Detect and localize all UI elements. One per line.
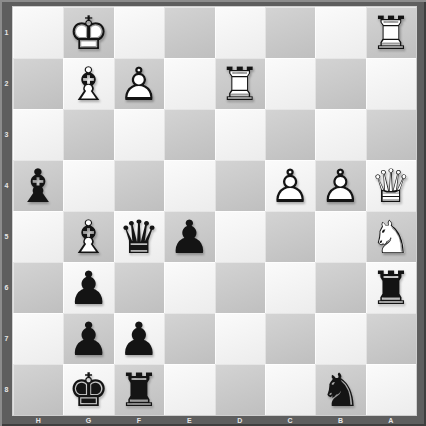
square-e1[interactable] xyxy=(164,7,214,58)
square-a1[interactable]: ♜♖ xyxy=(366,7,416,58)
file-label-c: C xyxy=(265,415,315,426)
square-a5[interactable]: ♞♘ xyxy=(366,211,416,262)
piece-outline-glyph: ♘ xyxy=(366,211,416,262)
square-h8[interactable] xyxy=(13,364,63,415)
square-h2[interactable] xyxy=(13,58,63,109)
square-d5[interactable] xyxy=(215,211,265,262)
square-a8[interactable] xyxy=(366,364,416,415)
white-pawn[interactable]: ♟♙ xyxy=(315,160,365,211)
piece-glyph: ♟ xyxy=(164,211,214,262)
square-e7[interactable] xyxy=(164,313,214,364)
piece-glyph: ♜ xyxy=(114,364,164,415)
black-king[interactable]: ♚ xyxy=(63,364,113,415)
piece-glyph: ♝ xyxy=(13,160,63,211)
file-label-b: B xyxy=(315,415,365,426)
square-d3[interactable] xyxy=(215,109,265,160)
piece-glyph: ♟ xyxy=(63,262,113,313)
piece-glyph: ♟ xyxy=(63,313,113,364)
black-rook[interactable]: ♜ xyxy=(366,262,416,313)
square-e8[interactable] xyxy=(164,364,214,415)
rank-label-7: 7 xyxy=(0,313,13,364)
square-g3[interactable] xyxy=(63,109,113,160)
file-label-g: G xyxy=(63,415,113,426)
rank-label-6: 6 xyxy=(0,262,13,313)
square-h6[interactable] xyxy=(13,262,63,313)
white-bishop[interactable]: ♝♗ xyxy=(63,211,113,262)
black-bishop[interactable]: ♝ xyxy=(13,160,63,211)
square-f8[interactable]: ♜ xyxy=(114,364,164,415)
white-rook[interactable]: ♜♖ xyxy=(215,58,265,109)
white-bishop[interactable]: ♝♗ xyxy=(63,58,113,109)
file-labels: HGFEDCBA xyxy=(13,415,416,426)
square-h7[interactable] xyxy=(13,313,63,364)
white-pawn[interactable]: ♟♙ xyxy=(265,160,315,211)
black-rook[interactable]: ♜ xyxy=(114,364,164,415)
square-g2[interactable]: ♝♗ xyxy=(63,58,113,109)
piece-glyph: ♟ xyxy=(114,313,164,364)
piece-outline-glyph: ♗ xyxy=(63,211,113,262)
square-f2[interactable]: ♟♙ xyxy=(114,58,164,109)
square-b5[interactable] xyxy=(315,211,365,262)
square-e6[interactable] xyxy=(164,262,214,313)
square-f4[interactable] xyxy=(114,160,164,211)
square-c2[interactable] xyxy=(265,58,315,109)
square-d1[interactable] xyxy=(215,7,265,58)
square-g7[interactable]: ♟ xyxy=(63,313,113,364)
black-pawn[interactable]: ♟ xyxy=(63,262,113,313)
square-g4[interactable] xyxy=(63,160,113,211)
square-e5[interactable]: ♟ xyxy=(164,211,214,262)
square-f6[interactable] xyxy=(114,262,164,313)
piece-outline-glyph: ♖ xyxy=(215,58,265,109)
piece-outline-glyph: ♙ xyxy=(315,160,365,211)
square-b3[interactable] xyxy=(315,109,365,160)
square-d4[interactable] xyxy=(215,160,265,211)
piece-outline-glyph: ♗ xyxy=(63,58,113,109)
chess-board-frame: 12345678 HGFEDCBA ♚♔♜♖♝♗♟♙♜♖♝♟♙♟♙♛♕♝♗♛♟♞… xyxy=(0,0,426,426)
square-c3[interactable] xyxy=(265,109,315,160)
square-f7[interactable]: ♟ xyxy=(114,313,164,364)
square-c8[interactable] xyxy=(265,364,315,415)
piece-outline-glyph: ♖ xyxy=(366,7,416,58)
white-king[interactable]: ♚♔ xyxy=(63,7,113,58)
white-queen[interactable]: ♛♕ xyxy=(366,160,416,211)
black-knight[interactable]: ♞ xyxy=(315,364,365,415)
rank-label-3: 3 xyxy=(0,109,13,160)
square-e3[interactable] xyxy=(164,109,214,160)
square-a4[interactable]: ♛♕ xyxy=(366,160,416,211)
square-a6[interactable]: ♜ xyxy=(366,262,416,313)
square-h3[interactable] xyxy=(13,109,63,160)
square-f3[interactable] xyxy=(114,109,164,160)
square-g1[interactable]: ♚♔ xyxy=(63,7,113,58)
piece-outline-glyph: ♙ xyxy=(114,58,164,109)
piece-glyph: ♜ xyxy=(366,262,416,313)
square-g8[interactable]: ♚ xyxy=(63,364,113,415)
rank-label-8: 8 xyxy=(0,364,13,415)
square-h5[interactable] xyxy=(13,211,63,262)
piece-glyph: ♚ xyxy=(63,364,113,415)
piece-outline-glyph: ♔ xyxy=(63,7,113,58)
square-e4[interactable] xyxy=(164,160,214,211)
square-b1[interactable] xyxy=(315,7,365,58)
white-pawn[interactable]: ♟♙ xyxy=(114,58,164,109)
rank-label-1: 1 xyxy=(0,7,13,58)
rank-label-2: 2 xyxy=(0,58,13,109)
square-d8[interactable] xyxy=(215,364,265,415)
square-a2[interactable] xyxy=(366,58,416,109)
piece-outline-glyph: ♕ xyxy=(366,160,416,211)
square-g6[interactable]: ♟ xyxy=(63,262,113,313)
file-label-d: D xyxy=(215,415,265,426)
rank-labels: 12345678 xyxy=(0,7,13,415)
square-b8[interactable]: ♞ xyxy=(315,364,365,415)
rank-label-4: 4 xyxy=(0,160,13,211)
square-g5[interactable]: ♝♗ xyxy=(63,211,113,262)
piece-glyph: ♞ xyxy=(315,364,365,415)
piece-outline-glyph: ♙ xyxy=(265,160,315,211)
white-rook[interactable]: ♜♖ xyxy=(366,7,416,58)
black-pawn[interactable]: ♟ xyxy=(63,313,113,364)
square-d2[interactable]: ♜♖ xyxy=(215,58,265,109)
square-a7[interactable] xyxy=(366,313,416,364)
square-b4[interactable]: ♟♙ xyxy=(315,160,365,211)
square-b2[interactable] xyxy=(315,58,365,109)
file-label-f: F xyxy=(114,415,164,426)
file-label-a: A xyxy=(366,415,416,426)
square-c5[interactable] xyxy=(265,211,315,262)
white-knight[interactable]: ♞♘ xyxy=(366,211,416,262)
black-queen[interactable]: ♛ xyxy=(114,211,164,262)
square-h4[interactable]: ♝ xyxy=(13,160,63,211)
square-b7[interactable] xyxy=(315,313,365,364)
square-a3[interactable] xyxy=(366,109,416,160)
file-label-e: E xyxy=(164,415,214,426)
black-pawn[interactable]: ♟ xyxy=(114,313,164,364)
square-c7[interactable] xyxy=(265,313,315,364)
black-pawn[interactable]: ♟ xyxy=(164,211,214,262)
square-f1[interactable] xyxy=(114,7,164,58)
file-label-h: H xyxy=(13,415,63,426)
square-c4[interactable]: ♟♙ xyxy=(265,160,315,211)
square-e2[interactable] xyxy=(164,58,214,109)
board: ♚♔♜♖♝♗♟♙♜♖♝♟♙♟♙♛♕♝♗♛♟♞♘♟♜♟♟♚♜♞ xyxy=(13,7,416,415)
rank-label-5: 5 xyxy=(0,211,13,262)
square-c1[interactable] xyxy=(265,7,315,58)
square-h1[interactable] xyxy=(13,7,63,58)
square-f5[interactable]: ♛ xyxy=(114,211,164,262)
piece-glyph: ♛ xyxy=(114,211,164,262)
square-d7[interactable] xyxy=(215,313,265,364)
square-d6[interactable] xyxy=(215,262,265,313)
square-b6[interactable] xyxy=(315,262,365,313)
square-c6[interactable] xyxy=(265,262,315,313)
